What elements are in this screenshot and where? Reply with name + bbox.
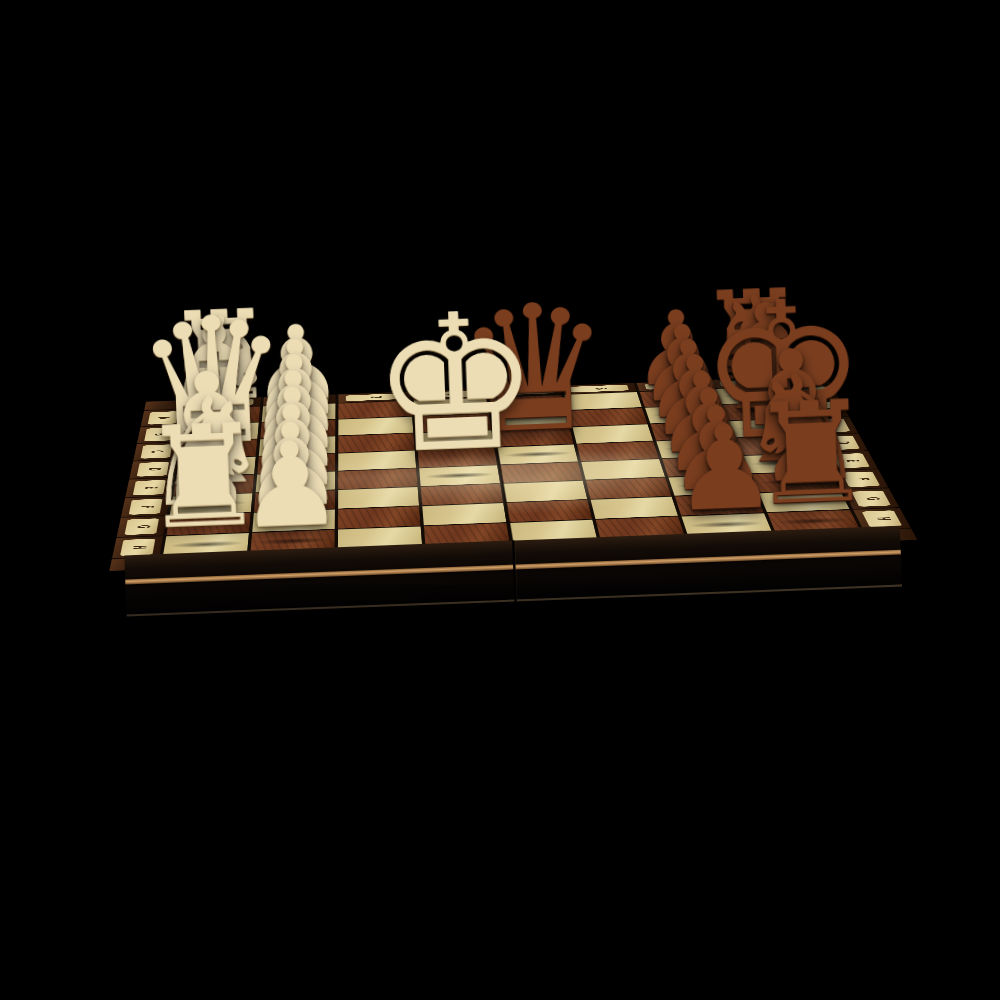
square-f4 (421, 484, 504, 506)
white-rook-glyph: ♜ (94, 403, 314, 551)
reflection-fade (0, 585, 1000, 1000)
square-g5 (506, 500, 592, 522)
photo-background: 12345678AABBCCDDEEFFGGHH12345678♜♞♝♚♝♞♜♟… (0, 0, 1000, 1000)
square-g4 (422, 503, 506, 525)
square-f5 (503, 481, 587, 503)
black-pawn-glyph: ♟ (615, 406, 834, 530)
